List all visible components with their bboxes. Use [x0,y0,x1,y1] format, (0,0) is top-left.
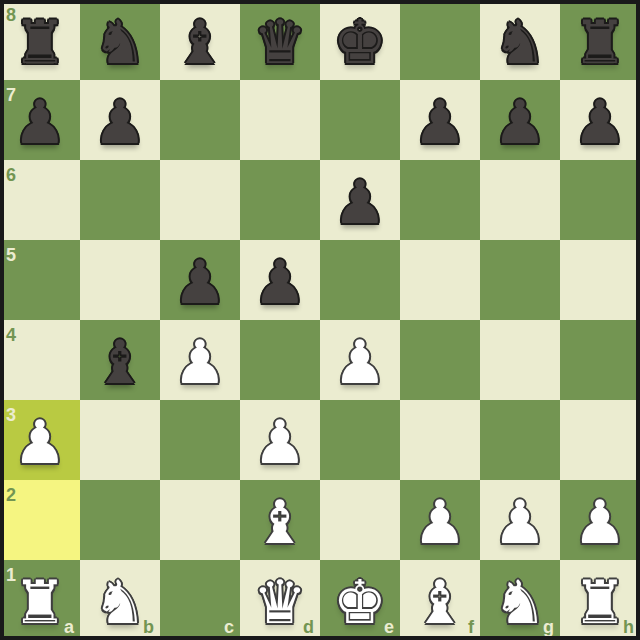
white-pawn[interactable]: ♟ [320,320,400,400]
square-a8[interactable]: 8♜ [0,0,80,80]
black-pawn[interactable]: ♟ [480,80,560,160]
square-b7[interactable]: ♟ [80,80,160,160]
square-g6[interactable] [480,160,560,240]
square-g5[interactable] [480,240,560,320]
square-e8[interactable]: ♚ [320,0,400,80]
square-c2[interactable] [160,480,240,560]
white-bishop[interactable]: ♝ [240,480,320,560]
square-c7[interactable] [160,80,240,160]
square-c4[interactable]: ♟ [160,320,240,400]
square-a4[interactable]: 4 [0,320,80,400]
square-d1[interactable]: d♛ [240,560,320,640]
black-bishop[interactable]: ♝ [80,320,160,400]
square-e4[interactable]: ♟ [320,320,400,400]
square-f3[interactable] [400,400,480,480]
file-label-h: h [623,618,634,636]
black-knight[interactable]: ♞ [80,0,160,80]
square-d6[interactable] [240,160,320,240]
rank-label-3: 3 [6,406,16,424]
square-g2[interactable]: ♟ [480,480,560,560]
black-bishop[interactable]: ♝ [160,0,240,80]
square-d7[interactable] [240,80,320,160]
square-b8[interactable]: ♞ [80,0,160,80]
square-b2[interactable] [80,480,160,560]
rank-label-6: 6 [6,166,16,184]
square-a1[interactable]: 1a♜ [0,560,80,640]
black-rook[interactable]: ♜ [560,0,640,80]
black-pawn[interactable]: ♟ [80,80,160,160]
black-pawn[interactable]: ♟ [240,240,320,320]
square-f5[interactable] [400,240,480,320]
square-g3[interactable] [480,400,560,480]
file-label-c: c [224,618,234,636]
black-pawn[interactable]: ♟ [320,160,400,240]
square-e5[interactable] [320,240,400,320]
square-e3[interactable] [320,400,400,480]
black-queen[interactable]: ♛ [240,0,320,80]
white-pawn[interactable]: ♟ [160,320,240,400]
file-label-b: b [143,618,154,636]
rank-label-7: 7 [6,86,16,104]
file-label-d: d [303,618,314,636]
square-e2[interactable] [320,480,400,560]
square-b1[interactable]: b♞ [80,560,160,640]
black-king[interactable]: ♚ [320,0,400,80]
square-f4[interactable] [400,320,480,400]
square-a3[interactable]: 3♟ [0,400,80,480]
rank-label-2: 2 [6,486,16,504]
square-f8[interactable] [400,0,480,80]
square-c3[interactable] [160,400,240,480]
file-label-a: a [64,618,74,636]
square-h4[interactable] [560,320,640,400]
square-c8[interactable]: ♝ [160,0,240,80]
square-a2[interactable]: 2 [0,480,80,560]
white-pawn[interactable]: ♟ [240,400,320,480]
square-b5[interactable] [80,240,160,320]
square-f7[interactable]: ♟ [400,80,480,160]
square-h8[interactable]: ♜ [560,0,640,80]
white-pawn[interactable]: ♟ [400,480,480,560]
square-g7[interactable]: ♟ [480,80,560,160]
square-e6[interactable]: ♟ [320,160,400,240]
white-pawn[interactable]: ♟ [560,480,640,560]
square-a5[interactable]: 5 [0,240,80,320]
square-a7[interactable]: 7♟ [0,80,80,160]
black-pawn[interactable]: ♟ [560,80,640,160]
file-label-f: f [468,618,474,636]
square-e1[interactable]: e♚ [320,560,400,640]
rank-label-1: 1 [6,566,16,584]
square-c5[interactable]: ♟ [160,240,240,320]
square-b6[interactable] [80,160,160,240]
square-h3[interactable] [560,400,640,480]
square-g8[interactable]: ♞ [480,0,560,80]
rank-label-5: 5 [6,246,16,264]
square-c1[interactable]: c [160,560,240,640]
square-h7[interactable]: ♟ [560,80,640,160]
square-f2[interactable]: ♟ [400,480,480,560]
square-g4[interactable] [480,320,560,400]
square-a6[interactable]: 6 [0,160,80,240]
square-f1[interactable]: f♝ [400,560,480,640]
square-h1[interactable]: h♜ [560,560,640,640]
black-pawn[interactable]: ♟ [400,80,480,160]
file-label-e: e [384,618,394,636]
square-c6[interactable] [160,160,240,240]
square-e7[interactable] [320,80,400,160]
square-d8[interactable]: ♛ [240,0,320,80]
black-knight[interactable]: ♞ [480,0,560,80]
square-b4[interactable]: ♝ [80,320,160,400]
square-h5[interactable] [560,240,640,320]
file-label-g: g [543,618,554,636]
rank-label-8: 8 [6,6,16,24]
square-b3[interactable] [80,400,160,480]
square-d5[interactable]: ♟ [240,240,320,320]
square-h2[interactable]: ♟ [560,480,640,560]
rank-label-4: 4 [6,326,16,344]
square-d2[interactable]: ♝ [240,480,320,560]
chess-board: 8♜♞♝♛♚♞♜7♟♟♟♟♟6♟5♟♟4♝♟♟3♟♟2♝♟♟♟1a♜b♞cd♛e… [0,0,640,640]
square-f6[interactable] [400,160,480,240]
white-pawn[interactable]: ♟ [480,480,560,560]
black-pawn[interactable]: ♟ [160,240,240,320]
square-d4[interactable] [240,320,320,400]
square-h6[interactable] [560,160,640,240]
square-g1[interactable]: g♞ [480,560,560,640]
square-d3[interactable]: ♟ [240,400,320,480]
